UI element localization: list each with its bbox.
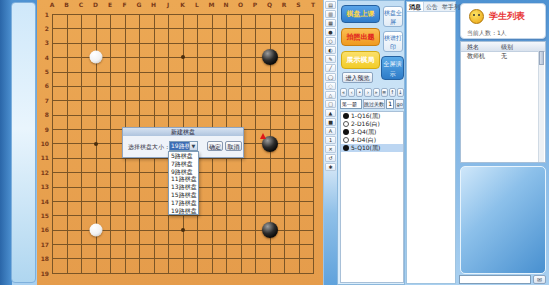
- board-cell[interactable]: [198, 245, 213, 259]
- board-cell[interactable]: [184, 58, 199, 72]
- board-cell[interactable]: [68, 58, 83, 72]
- board-cell[interactable]: [198, 173, 213, 187]
- board-cell[interactable]: [300, 58, 315, 72]
- board-cell[interactable]: [271, 159, 286, 173]
- board-cell[interactable]: [227, 259, 242, 273]
- board-cell[interactable]: [155, 44, 170, 58]
- start-class-button[interactable]: 棋盘上课: [341, 5, 380, 23]
- board-cell[interactable]: [256, 29, 271, 43]
- board-cell[interactable]: [213, 259, 228, 273]
- board-cell[interactable]: [68, 245, 83, 259]
- board-cell[interactable]: [97, 173, 112, 187]
- board-cell[interactable]: [155, 73, 170, 87]
- board-cell[interactable]: [68, 173, 83, 187]
- board-cell[interactable]: [126, 58, 141, 72]
- board-cell[interactable]: [300, 216, 315, 230]
- board-cell[interactable]: [285, 245, 300, 259]
- board-cell[interactable]: [82, 259, 97, 273]
- board-cell[interactable]: [68, 216, 83, 230]
- enter-preview-button[interactable]: 进入预览: [342, 72, 373, 83]
- board-cell[interactable]: [126, 87, 141, 101]
- board-cell[interactable]: [198, 188, 213, 202]
- board-cell[interactable]: [169, 101, 184, 115]
- number-icon[interactable]: 1: [325, 136, 336, 144]
- black-stone-Q10[interactable]: [262, 136, 278, 152]
- board-cell[interactable]: [271, 173, 286, 187]
- nav-button-5[interactable]: ≡: [381, 88, 388, 97]
- nav-button-4[interactable]: »: [373, 88, 380, 97]
- board-cell[interactable]: [68, 202, 83, 216]
- board-cell[interactable]: [68, 101, 83, 115]
- board-cell[interactable]: [68, 15, 83, 29]
- board-cell[interactable]: [111, 101, 126, 115]
- cancel-button[interactable]: 取消: [225, 141, 242, 151]
- board-cell[interactable]: [53, 159, 68, 173]
- board-cell[interactable]: [256, 73, 271, 87]
- undo-icon[interactable]: ↺: [325, 154, 336, 162]
- chevron-down-icon[interactable]: ▼: [189, 142, 197, 150]
- board-cell[interactable]: [126, 73, 141, 87]
- ok-button[interactable]: 确定: [207, 141, 223, 151]
- board-cell[interactable]: [285, 159, 300, 173]
- board-cell[interactable]: [256, 202, 271, 216]
- board-cell[interactable]: [242, 188, 257, 202]
- board-cell[interactable]: [82, 101, 97, 115]
- board-cell[interactable]: [82, 87, 97, 101]
- board-cell[interactable]: [111, 173, 126, 187]
- board-cell[interactable]: [169, 15, 184, 29]
- board-cell[interactable]: [213, 73, 228, 87]
- board-cell[interactable]: [82, 15, 97, 29]
- board-cell[interactable]: [169, 73, 184, 87]
- board-cell[interactable]: [111, 29, 126, 43]
- board-cell[interactable]: [213, 245, 228, 259]
- board-cell[interactable]: [227, 15, 242, 29]
- board-cell[interactable]: [111, 73, 126, 87]
- board-cell[interactable]: [68, 116, 83, 130]
- nav-button-3[interactable]: ›: [364, 88, 371, 97]
- open-icon[interactable]: ▤: [325, 1, 336, 9]
- board-cell[interactable]: [140, 29, 155, 43]
- board-cell[interactable]: [198, 259, 213, 273]
- board-cell[interactable]: [53, 188, 68, 202]
- board-cell[interactable]: [256, 87, 271, 101]
- board-cell[interactable]: [213, 159, 228, 173]
- board-cell[interactable]: [111, 245, 126, 259]
- board-cell[interactable]: [68, 29, 83, 43]
- board-fullscreen-button[interactable]: 棋盘全屏: [383, 6, 403, 27]
- board-cell[interactable]: [271, 259, 286, 273]
- line-icon[interactable]: ╱: [325, 64, 336, 72]
- board-cell[interactable]: [53, 259, 68, 273]
- board-cell[interactable]: [140, 73, 155, 87]
- board-cell[interactable]: [82, 144, 97, 158]
- board-cell[interactable]: [227, 231, 242, 245]
- board-cell[interactable]: [285, 144, 300, 158]
- chat-tab-1[interactable]: 公告: [424, 2, 440, 11]
- chat-tab-0[interactable]: 消息: [407, 2, 424, 11]
- board-cell[interactable]: [53, 231, 68, 245]
- chat-message-input[interactable]: [459, 275, 531, 284]
- board-cell[interactable]: [285, 202, 300, 216]
- board-cell[interactable]: [271, 87, 286, 101]
- board-cell[interactable]: [97, 144, 112, 158]
- board-cell[interactable]: [169, 58, 184, 72]
- board-cell[interactable]: [227, 173, 242, 187]
- board-cell[interactable]: [242, 73, 257, 87]
- board-cell[interactable]: [82, 202, 97, 216]
- board-cell[interactable]: [227, 29, 242, 43]
- board-cell[interactable]: [140, 202, 155, 216]
- board-cell[interactable]: [285, 173, 300, 187]
- board-cell[interactable]: [97, 73, 112, 87]
- board-cell[interactable]: [227, 188, 242, 202]
- board-cell[interactable]: [184, 29, 199, 43]
- board-cell[interactable]: [68, 231, 83, 245]
- board-cell[interactable]: [68, 259, 83, 273]
- board-cell[interactable]: [227, 101, 242, 115]
- board-cell[interactable]: [227, 58, 242, 72]
- board-cell[interactable]: [82, 116, 97, 130]
- board-cell[interactable]: [300, 245, 315, 259]
- board-cell[interactable]: [300, 259, 315, 273]
- nav-button-0[interactable]: «: [340, 88, 347, 97]
- ellipse-icon[interactable]: ◌: [325, 82, 336, 90]
- board-cell[interactable]: [198, 202, 213, 216]
- board-cell[interactable]: [169, 29, 184, 43]
- board-cell[interactable]: [198, 29, 213, 43]
- filled-square-icon[interactable]: ■: [325, 118, 336, 126]
- board-cell[interactable]: [271, 116, 286, 130]
- board-size-option[interactable]: 9路棋盘: [169, 168, 198, 176]
- board-cell[interactable]: [97, 15, 112, 29]
- board-cell[interactable]: [213, 44, 228, 58]
- board-cell[interactable]: [227, 245, 242, 259]
- board-cell[interactable]: [227, 87, 242, 101]
- board-cell[interactable]: [126, 101, 141, 115]
- black-stone-Q4[interactable]: [262, 49, 278, 65]
- print-kifu-button[interactable]: 棋谱打印: [383, 31, 403, 52]
- filled-triangle-icon[interactable]: ▲: [325, 109, 336, 117]
- board-cell[interactable]: [82, 188, 97, 202]
- board-cell[interactable]: [68, 73, 83, 87]
- board-cell[interactable]: [198, 87, 213, 101]
- erase-icon[interactable]: ✕: [325, 145, 336, 153]
- board-cell[interactable]: [256, 259, 271, 273]
- board-cell[interactable]: [300, 231, 315, 245]
- board-cell[interactable]: [53, 216, 68, 230]
- lesson-select[interactable]: 第一题: [340, 99, 362, 109]
- board-cell[interactable]: [53, 144, 68, 158]
- board-cell[interactable]: [97, 259, 112, 273]
- student-table-scrollbar[interactable]: [538, 51, 544, 162]
- white-stone-icon[interactable]: ○: [325, 37, 336, 45]
- show-game-button[interactable]: 展示棋局: [341, 51, 380, 69]
- board-cell[interactable]: [256, 15, 271, 29]
- board-cell[interactable]: [97, 29, 112, 43]
- board-cell[interactable]: [111, 259, 126, 273]
- board-cell[interactable]: [140, 159, 155, 173]
- board-cell[interactable]: [184, 245, 199, 259]
- board-cell[interactable]: [126, 173, 141, 187]
- board-cell[interactable]: [68, 87, 83, 101]
- board-cell[interactable]: [169, 87, 184, 101]
- board-cell[interactable]: [97, 101, 112, 115]
- board-cell[interactable]: [242, 216, 257, 230]
- board-cell[interactable]: [155, 202, 170, 216]
- board-cell[interactable]: [97, 245, 112, 259]
- board-cell[interactable]: [97, 202, 112, 216]
- board-cell[interactable]: [198, 159, 213, 173]
- board-cell[interactable]: [82, 29, 97, 43]
- board-cell[interactable]: [285, 73, 300, 87]
- board-size-option[interactable]: 7路棋盘: [169, 160, 198, 168]
- board-cell[interactable]: [140, 216, 155, 230]
- move-list[interactable]: 1-Q16(黑)2-D16(白)3-Q4(黑)4-D4(白)5-Q10(黑): [340, 111, 404, 283]
- board-cell[interactable]: [227, 44, 242, 58]
- board-cell[interactable]: [126, 245, 141, 259]
- board-cell[interactable]: [155, 259, 170, 273]
- board-cell[interactable]: [155, 173, 170, 187]
- board-cell[interactable]: [97, 87, 112, 101]
- board-cell[interactable]: [227, 73, 242, 87]
- board-cell[interactable]: [285, 188, 300, 202]
- board-cell[interactable]: [53, 58, 68, 72]
- board-cell[interactable]: [256, 245, 271, 259]
- board-cell[interactable]: [285, 130, 300, 144]
- board-cell[interactable]: [300, 144, 315, 158]
- board-cell[interactable]: [256, 188, 271, 202]
- board-cell[interactable]: [198, 216, 213, 230]
- board-cell[interactable]: [285, 15, 300, 29]
- board-cell[interactable]: [242, 58, 257, 72]
- board-cell[interactable]: [82, 159, 97, 173]
- nav-button-1[interactable]: ‹: [348, 88, 355, 97]
- board-cell[interactable]: [126, 15, 141, 29]
- board-cell[interactable]: [155, 188, 170, 202]
- board-cell[interactable]: [126, 216, 141, 230]
- board-cell[interactable]: [198, 73, 213, 87]
- board-cell[interactable]: [155, 101, 170, 115]
- board-cell[interactable]: [300, 101, 315, 115]
- board-cell[interactable]: [242, 202, 257, 216]
- nav-button-2[interactable]: •: [356, 88, 363, 97]
- board-cell[interactable]: [53, 202, 68, 216]
- board-cell[interactable]: [242, 87, 257, 101]
- board-cell[interactable]: [227, 202, 242, 216]
- board-cell[interactable]: [285, 231, 300, 245]
- level-number-input[interactable]: 1: [386, 99, 394, 109]
- board-cell[interactable]: [169, 259, 184, 273]
- board-cell[interactable]: [111, 188, 126, 202]
- board-cell[interactable]: [140, 15, 155, 29]
- board-size-option[interactable]: 17路棋盘: [169, 199, 198, 207]
- board-cell[interactable]: [82, 73, 97, 87]
- board-cell[interactable]: [53, 44, 68, 58]
- board-cell[interactable]: [213, 231, 228, 245]
- board-cell[interactable]: [300, 202, 315, 216]
- alternate-stone-icon[interactable]: ◐: [325, 46, 336, 54]
- save-icon[interactable]: ▥: [325, 10, 336, 18]
- board-cell[interactable]: [213, 216, 228, 230]
- board-cell[interactable]: [126, 44, 141, 58]
- board-cell[interactable]: [300, 73, 315, 87]
- board-cell[interactable]: [184, 231, 199, 245]
- board-cell[interactable]: [300, 29, 315, 43]
- board-cell[interactable]: [242, 231, 257, 245]
- board-cell[interactable]: [227, 159, 242, 173]
- board-cell[interactable]: [53, 116, 68, 130]
- board-cell[interactable]: [68, 144, 83, 158]
- board-cell[interactable]: [242, 29, 257, 43]
- square-icon[interactable]: □: [325, 100, 336, 108]
- board-cell[interactable]: [126, 259, 141, 273]
- board-cell[interactable]: [68, 44, 83, 58]
- board-cell[interactable]: [111, 15, 126, 29]
- board-cell[interactable]: [198, 15, 213, 29]
- board-cell[interactable]: [271, 15, 286, 29]
- board-cell[interactable]: [53, 101, 68, 115]
- black-stone-icon[interactable]: ●: [325, 28, 336, 36]
- board-cell[interactable]: [126, 231, 141, 245]
- board-cell[interactable]: [184, 87, 199, 101]
- board-cell[interactable]: [82, 173, 97, 187]
- board-cell[interactable]: [53, 245, 68, 259]
- board-size-combobox[interactable]: 19路棋盘 ▼: [169, 141, 198, 151]
- board-size-option[interactable]: 11路棋盘: [169, 175, 198, 183]
- board-cell[interactable]: [140, 188, 155, 202]
- board-cell[interactable]: [155, 87, 170, 101]
- letter-icon[interactable]: A: [325, 127, 336, 135]
- board-size-dropdown-list[interactable]: 5路棋盘7路棋盘9路棋盘11路棋盘13路棋盘15路棋盘17路棋盘19路棋盘: [168, 151, 199, 215]
- nav-button-6[interactable]: ↑: [389, 88, 396, 97]
- board-cell[interactable]: [285, 216, 300, 230]
- settings-icon[interactable]: ✱: [325, 163, 336, 171]
- move-list-item[interactable]: 5-Q10(黑): [341, 144, 403, 152]
- board-cell[interactable]: [53, 173, 68, 187]
- board-cell[interactable]: [256, 101, 271, 115]
- board-cell[interactable]: [213, 101, 228, 115]
- photo-quiz-button[interactable]: 拍照出题: [341, 28, 380, 46]
- student-row[interactable]: 教师机无: [461, 52, 545, 60]
- board-cell[interactable]: [285, 58, 300, 72]
- board-cell[interactable]: [285, 29, 300, 43]
- board-cell[interactable]: [242, 101, 257, 115]
- board-cell[interactable]: [285, 44, 300, 58]
- board-cell[interactable]: [285, 259, 300, 273]
- board-cell[interactable]: [111, 87, 126, 101]
- board-cell[interactable]: [271, 73, 286, 87]
- triangle-icon[interactable]: △: [325, 91, 336, 99]
- board-cell[interactable]: [140, 231, 155, 245]
- board-cell[interactable]: [111, 202, 126, 216]
- board-cell[interactable]: [213, 173, 228, 187]
- pen-icon[interactable]: ✎: [325, 55, 336, 63]
- board-cell[interactable]: [213, 29, 228, 43]
- white-stone-D16[interactable]: [89, 223, 102, 236]
- board-cell[interactable]: [271, 101, 286, 115]
- board-cell[interactable]: [256, 173, 271, 187]
- board-cell[interactable]: [300, 130, 315, 144]
- board-cell[interactable]: [285, 101, 300, 115]
- board-cell[interactable]: [300, 159, 315, 173]
- white-stone-D4[interactable]: [89, 51, 102, 64]
- board-cell[interactable]: [111, 44, 126, 58]
- board-cell[interactable]: [111, 231, 126, 245]
- board-cell[interactable]: [140, 44, 155, 58]
- board-cell[interactable]: [68, 159, 83, 173]
- board-cell[interactable]: [242, 159, 257, 173]
- board-cell[interactable]: [126, 159, 141, 173]
- board-cell[interactable]: [155, 58, 170, 72]
- board-cell[interactable]: [300, 188, 315, 202]
- board-cell[interactable]: [126, 202, 141, 216]
- board-cell[interactable]: [140, 173, 155, 187]
- board-size-option[interactable]: 13路棋盘: [169, 183, 198, 191]
- board-cell[interactable]: [111, 216, 126, 230]
- board-cell[interactable]: [198, 231, 213, 245]
- image-icon[interactable]: ▦: [325, 19, 336, 27]
- board-cell[interactable]: [97, 130, 112, 144]
- board-cell[interactable]: [140, 101, 155, 115]
- board-cell[interactable]: [256, 116, 271, 130]
- board-size-option[interactable]: 19路棋盘: [169, 207, 198, 215]
- board-cell[interactable]: [111, 58, 126, 72]
- dialog-title[interactable]: 新建棋盘: [123, 128, 243, 136]
- board-cell[interactable]: [169, 231, 184, 245]
- fullscreen-demo-button[interactable]: 全屏演示: [381, 56, 404, 80]
- board-cell[interactable]: [53, 87, 68, 101]
- board-cell[interactable]: [169, 245, 184, 259]
- board-cell[interactable]: [126, 29, 141, 43]
- board-cell[interactable]: [271, 202, 286, 216]
- board-cell[interactable]: [155, 159, 170, 173]
- board-cell[interactable]: [271, 188, 286, 202]
- board-cell[interactable]: [184, 73, 199, 87]
- board-cell[interactable]: [242, 173, 257, 187]
- board-cell[interactable]: [184, 216, 199, 230]
- board-cell[interactable]: [213, 188, 228, 202]
- go-button[interactable]: go: [395, 99, 404, 109]
- board-cell[interactable]: [68, 188, 83, 202]
- board-cell[interactable]: [140, 58, 155, 72]
- board-cell[interactable]: [256, 159, 271, 173]
- board-size-option[interactable]: 15路棋盘: [169, 191, 198, 199]
- board-cell[interactable]: [300, 87, 315, 101]
- board-cell[interactable]: [300, 116, 315, 130]
- circle-icon[interactable]: ◯: [325, 73, 336, 81]
- board-cell[interactable]: [140, 87, 155, 101]
- board-cell[interactable]: [155, 15, 170, 29]
- send-message-button[interactable]: ✉: [533, 275, 546, 284]
- skip-level-button[interactable]: 跳过关数: [363, 99, 386, 109]
- board-cell[interactable]: [53, 29, 68, 43]
- board-cell[interactable]: [213, 87, 228, 101]
- board-cell[interactable]: [242, 259, 257, 273]
- board-cell[interactable]: [242, 245, 257, 259]
- board-cell[interactable]: [285, 116, 300, 130]
- board-cell[interactable]: [198, 101, 213, 115]
- board-cell[interactable]: [300, 15, 315, 29]
- board-cell[interactable]: [242, 44, 257, 58]
- board-cell[interactable]: [213, 202, 228, 216]
- board-cell[interactable]: [155, 231, 170, 245]
- black-stone-Q16[interactable]: [262, 222, 278, 238]
- board-cell[interactable]: [300, 173, 315, 187]
- board-cell[interactable]: [97, 116, 112, 130]
- board-cell[interactable]: [53, 73, 68, 87]
- board-cell[interactable]: [213, 15, 228, 29]
